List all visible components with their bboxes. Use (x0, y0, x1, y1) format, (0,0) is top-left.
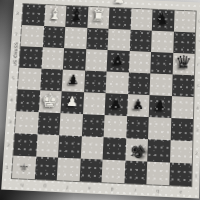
square-e4[interactable]: ♟ (105, 93, 128, 116)
black-knight-g8[interactable]: ♞ (156, 11, 170, 26)
board-grid: ♝♝♜♞♟♛♟♚♟♟♟♟♚⚜ (11, 3, 197, 187)
rank-label-8: 8 (16, 11, 19, 16)
square-c1[interactable] (57, 158, 81, 182)
square-g8[interactable]: ♞ (152, 10, 174, 32)
file-label-d: d (111, 187, 114, 192)
file-label-g: g (43, 184, 46, 189)
white-pawn-off-board[interactable]: ♟ (113, 0, 126, 5)
white-bishop-b8[interactable]: ♝ (47, 6, 63, 22)
square-c7[interactable] (64, 27, 87, 49)
square-c5[interactable]: ♟ (62, 70, 85, 93)
square-g6[interactable] (150, 52, 173, 74)
rank-label-1: 1 (6, 165, 9, 170)
square-f8[interactable] (130, 9, 152, 31)
file-label-f: f (66, 185, 68, 190)
rank-label-6: 6 (197, 62, 200, 67)
square-a8[interactable] (22, 4, 45, 26)
square-f6[interactable] (128, 51, 151, 73)
square-a5[interactable] (18, 68, 41, 91)
square-h5[interactable] (172, 74, 195, 97)
square-h1[interactable] (169, 163, 192, 187)
rank-label-2: 2 (195, 151, 198, 156)
square-a6[interactable] (19, 46, 42, 68)
square-f7[interactable] (129, 30, 152, 52)
square-e3[interactable] (104, 115, 127, 138)
square-f2[interactable]: ♚ (125, 138, 148, 161)
rank-label-3: 3 (9, 120, 12, 125)
black-pawn-c5[interactable]: ♟ (67, 72, 80, 86)
square-e5[interactable] (106, 72, 129, 95)
chess-board: US CHESS 87654321 87654321 abcdefgh ♝♝♜♞… (1, 0, 200, 198)
rank-label-7: 7 (15, 32, 18, 37)
square-b8[interactable]: ♝ (44, 5, 67, 27)
black-pawn-e4[interactable]: ♟ (110, 96, 123, 110)
square-d2[interactable] (80, 136, 103, 159)
rank-label-1: 1 (195, 173, 198, 178)
square-b7[interactable] (42, 26, 65, 48)
square-c6[interactable] (63, 48, 86, 70)
rank-label-4: 4 (196, 106, 199, 111)
file-label-h: h (20, 182, 23, 187)
square-h8[interactable] (173, 11, 195, 33)
square-b3[interactable] (37, 112, 60, 135)
black-king-fallen-f2[interactable]: ♚ (125, 139, 150, 163)
black-pawn-e6[interactable]: ♟ (112, 53, 125, 67)
square-g7[interactable] (151, 31, 173, 53)
square-c4[interactable]: ♟ (60, 91, 83, 114)
square-b6[interactable] (41, 47, 64, 69)
rank-label-6: 6 (13, 54, 16, 59)
square-h3[interactable] (170, 118, 193, 141)
square-g3[interactable] (148, 117, 171, 140)
square-b2[interactable] (36, 134, 60, 157)
file-label-c: c (134, 188, 137, 193)
rank-label-7: 7 (198, 40, 200, 45)
rank-label-8: 8 (198, 19, 200, 24)
black-bishop-c8[interactable]: ♝ (69, 7, 84, 23)
square-g5[interactable] (150, 73, 173, 96)
square-h6[interactable]: ♛ (172, 53, 194, 75)
square-a2[interactable] (13, 133, 37, 156)
square-d6[interactable] (85, 49, 108, 71)
square-f4[interactable]: ♟ (127, 94, 150, 117)
white-pawn-c4[interactable]: ♟ (66, 94, 79, 108)
square-a7[interactable] (21, 25, 44, 47)
rank-label-4: 4 (10, 98, 13, 103)
square-e8[interactable] (109, 8, 131, 30)
board-corner-emblem: ⚜ (18, 161, 29, 173)
square-h4[interactable] (171, 96, 194, 119)
square-d1[interactable] (79, 159, 102, 183)
square-e7[interactable] (108, 29, 131, 51)
rank-label-2: 2 (7, 142, 10, 147)
file-label-a: a (179, 190, 182, 195)
square-c8[interactable]: ♝ (65, 6, 88, 28)
square-h2[interactable] (170, 140, 193, 163)
white-rook-d8[interactable]: ♜ (91, 8, 106, 24)
square-c2[interactable] (58, 135, 81, 158)
square-f3[interactable] (126, 116, 149, 139)
square-e2[interactable] (103, 137, 126, 160)
square-d7[interactable] (86, 28, 109, 50)
square-g2[interactable] (147, 139, 170, 162)
square-f5[interactable] (128, 72, 151, 95)
black-queen-h6[interactable]: ♛ (175, 53, 192, 71)
rank-label-3: 3 (196, 128, 199, 133)
square-g4[interactable]: ♟ (149, 95, 172, 118)
square-d8[interactable]: ♜ (87, 7, 110, 29)
white-king-b4[interactable]: ♚ (41, 90, 60, 110)
square-g1[interactable] (146, 162, 169, 186)
square-d3[interactable] (81, 114, 104, 137)
rank-label-5: 5 (197, 84, 200, 89)
file-label-e: e (88, 186, 91, 191)
square-a4[interactable] (16, 89, 39, 112)
rank-label-5: 5 (12, 76, 15, 81)
file-label-b: b (156, 189, 159, 194)
square-d5[interactable] (84, 71, 107, 94)
photo-scene: US CHESS 87654321 87654321 abcdefgh ♝♝♜♞… (0, 0, 200, 200)
square-c3[interactable] (59, 113, 82, 136)
square-d4[interactable] (83, 92, 106, 115)
square-a1[interactable]: ⚜ (12, 156, 36, 180)
square-a3[interactable] (15, 111, 38, 134)
square-f1[interactable] (124, 161, 147, 185)
black-pawn-g4[interactable]: ♟ (154, 98, 167, 112)
black-pawn-f4[interactable]: ♟ (132, 97, 145, 111)
square-e6[interactable]: ♟ (107, 50, 130, 72)
square-e1[interactable] (102, 160, 125, 184)
square-b4[interactable]: ♚ (38, 90, 61, 113)
square-b1[interactable] (34, 157, 58, 181)
